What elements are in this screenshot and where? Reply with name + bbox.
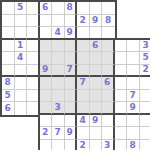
empty-cell-r3c2[interactable] — [15, 27, 28, 40]
empty-cell-r4c9[interactable] — [102, 40, 115, 53]
given-cell-r6c12: 2 — [140, 65, 151, 78]
empty-cell-r9c4[interactable] — [40, 102, 53, 115]
empty-cell-r1c5[interactable] — [52, 2, 65, 15]
empty-cell-r9c6[interactable] — [65, 102, 78, 115]
given-cell-r6c4: 9 — [40, 65, 53, 78]
empty-cell-r12c5[interactable] — [52, 140, 65, 151]
empty-cell-r2c1[interactable] — [2, 15, 15, 28]
empty-cell-r7c6[interactable] — [65, 77, 78, 90]
sudoku-grid-bottom-right: 6359727673949279238 — [38, 38, 151, 151]
given-cell-r7c1: 8 — [2, 77, 15, 90]
empty-cell-r1c7[interactable] — [77, 2, 90, 15]
empty-cell-r8c9[interactable] — [102, 90, 115, 103]
empty-cell-r12c10[interactable] — [115, 140, 128, 151]
empty-cell-r9c2[interactable] — [15, 102, 28, 115]
given-cell-r11c5: 7 — [52, 127, 65, 140]
given-cell-r8c11: 7 — [127, 90, 140, 103]
empty-cell-r8c7[interactable] — [77, 90, 90, 103]
empty-cell-r3c1[interactable] — [2, 27, 15, 40]
empty-cell-r10c12[interactable] — [140, 115, 151, 128]
given-cell-r5c2: 4 — [15, 52, 28, 65]
empty-cell-r12c6[interactable] — [65, 140, 78, 151]
empty-cell-r5c6[interactable] — [65, 52, 78, 65]
empty-cell-r7c12[interactable] — [140, 77, 151, 90]
given-cell-r7c7: 7 — [77, 77, 90, 90]
empty-cell-r4c4[interactable] — [40, 40, 53, 53]
empty-cell-r5c8[interactable] — [90, 52, 103, 65]
given-cell-r12c7: 2 — [77, 140, 90, 151]
empty-cell-r5c10[interactable] — [115, 52, 128, 65]
empty-cell-r8c2[interactable] — [15, 90, 28, 103]
empty-cell-r6c7[interactable] — [77, 65, 90, 78]
empty-cell-r2c4[interactable] — [40, 15, 53, 28]
empty-cell-r7c11[interactable] — [127, 77, 140, 90]
empty-cell-r5c1[interactable] — [2, 52, 15, 65]
empty-cell-r8c8[interactable] — [90, 90, 103, 103]
empty-cell-r1c9[interactable] — [102, 2, 115, 15]
given-cell-r1c2: 5 — [15, 2, 28, 15]
empty-cell-r7c2[interactable] — [15, 77, 28, 90]
empty-cell-r5c11[interactable] — [127, 52, 140, 65]
given-cell-r12c11: 8 — [127, 140, 140, 151]
empty-cell-r11c7[interactable] — [77, 127, 90, 140]
empty-cell-r4c5[interactable] — [52, 40, 65, 53]
empty-cell-r6c8[interactable] — [90, 65, 103, 78]
empty-cell-r11c12[interactable] — [140, 127, 151, 140]
empty-cell-r8c5[interactable] — [52, 90, 65, 103]
empty-cell-r4c10[interactable] — [115, 40, 128, 53]
given-cell-r10c8: 9 — [90, 115, 103, 128]
given-cell-r9c11: 9 — [127, 102, 140, 115]
given-cell-r1c6: 8 — [65, 2, 78, 15]
empty-cell-r10c10[interactable] — [115, 115, 128, 128]
empty-cell-r12c8[interactable] — [90, 140, 103, 151]
empty-cell-r10c6[interactable] — [65, 115, 78, 128]
empty-cell-r6c5[interactable] — [52, 65, 65, 78]
empty-cell-r10c11[interactable] — [127, 115, 140, 128]
empty-cell-r2c5[interactable] — [52, 15, 65, 28]
given-cell-r4c8: 6 — [90, 40, 103, 53]
given-cell-r4c2: 1 — [15, 40, 28, 53]
given-cell-r2c7: 2 — [77, 15, 90, 28]
empty-cell-r12c12[interactable] — [140, 140, 151, 151]
empty-cell-r10c5[interactable] — [52, 115, 65, 128]
empty-cell-r5c9[interactable] — [102, 52, 115, 65]
given-cell-r1c4: 6 — [40, 2, 53, 15]
given-cell-r5c12: 5 — [140, 52, 151, 65]
empty-cell-r9c8[interactable] — [90, 102, 103, 115]
empty-cell-r5c5[interactable] — [52, 52, 65, 65]
empty-cell-r4c1[interactable] — [2, 40, 15, 53]
empty-cell-r5c4[interactable] — [40, 52, 53, 65]
given-cell-r2c8: 9 — [90, 15, 103, 28]
empty-cell-r9c10[interactable] — [115, 102, 128, 115]
empty-cell-r6c11[interactable] — [127, 65, 140, 78]
sudoku-board: 5682984916497876563 6359727673949279238 — [0, 0, 150, 150]
empty-cell-r11c8[interactable] — [90, 127, 103, 140]
given-cell-r12c9: 3 — [102, 140, 115, 151]
empty-cell-r6c1[interactable] — [2, 65, 15, 78]
given-cell-r7c9: 6 — [102, 77, 115, 90]
empty-cell-r9c12[interactable] — [140, 102, 151, 115]
empty-cell-r2c6[interactable] — [65, 15, 78, 28]
empty-cell-r4c6[interactable] — [65, 40, 78, 53]
given-cell-r11c4: 2 — [40, 127, 53, 140]
given-cell-r10c7: 4 — [77, 115, 90, 128]
empty-cell-r10c4[interactable] — [40, 115, 53, 128]
empty-cell-r8c6[interactable] — [65, 90, 78, 103]
given-cell-r6c6: 7 — [65, 65, 78, 78]
given-cell-r11c6: 9 — [65, 127, 78, 140]
empty-cell-r8c12[interactable] — [140, 90, 151, 103]
empty-cell-r6c2[interactable] — [15, 65, 28, 78]
empty-cell-r7c8[interactable] — [90, 77, 103, 90]
empty-cell-r1c8[interactable] — [90, 2, 103, 15]
empty-cell-r9c9[interactable] — [102, 102, 115, 115]
empty-cell-r7c4[interactable] — [40, 77, 53, 90]
empty-cell-r10c9[interactable] — [102, 115, 115, 128]
empty-cell-r7c10[interactable] — [115, 77, 128, 90]
empty-cell-r8c4[interactable] — [40, 90, 53, 103]
empty-cell-r4c7[interactable] — [77, 40, 90, 53]
given-cell-r8c1: 5 — [2, 90, 15, 103]
empty-cell-r12c4[interactable] — [40, 140, 53, 151]
empty-cell-r11c10[interactable] — [115, 127, 128, 140]
empty-cell-r2c2[interactable] — [15, 15, 28, 28]
empty-cell-r9c7[interactable] — [77, 102, 90, 115]
empty-cell-r4c11[interactable] — [127, 40, 140, 53]
given-cell-r4c12: 3 — [140, 40, 151, 53]
empty-cell-r6c9[interactable] — [102, 65, 115, 78]
given-cell-r9c5: 3 — [52, 102, 65, 115]
empty-cell-r1c3[interactable] — [27, 2, 40, 15]
empty-cell-r8c10[interactable] — [115, 90, 128, 103]
empty-cell-r11c11[interactable] — [127, 127, 140, 140]
empty-cell-r11c9[interactable] — [102, 127, 115, 140]
empty-cell-r7c5[interactable] — [52, 77, 65, 90]
given-cell-r2c9: 8 — [102, 15, 115, 28]
empty-cell-r6c10[interactable] — [115, 65, 128, 78]
empty-cell-r2c3[interactable] — [27, 15, 40, 28]
empty-cell-r5c7[interactable] — [77, 52, 90, 65]
empty-cell-r1c1[interactable] — [2, 2, 15, 15]
given-cell-r9c1: 6 — [2, 102, 15, 115]
